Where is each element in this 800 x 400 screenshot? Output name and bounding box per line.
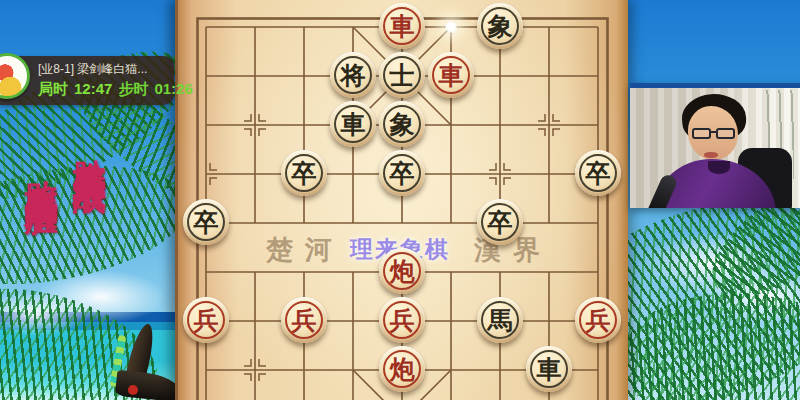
last-move-indicator-dot	[445, 21, 458, 34]
piece-red-chariot[interactable]: 車	[379, 3, 425, 49]
piece-glyph: 卒	[281, 150, 327, 196]
piece-glyph: 炮	[379, 346, 425, 392]
piece-black-pawn[interactable]: 卒	[183, 199, 229, 245]
caption-right-column: 胜兵先胜而后求战	[66, 133, 111, 400]
piece-glyph: 車	[330, 101, 376, 147]
piece-glyph: 卒	[379, 150, 425, 196]
piece-glyph: 炮	[379, 248, 425, 294]
piece-glyph: 士	[379, 52, 425, 98]
piece-black-pawn[interactable]: 卒	[575, 150, 621, 196]
piece-red-pawn[interactable]: 兵	[281, 297, 327, 343]
piece-glyph: 馬	[477, 297, 523, 343]
boat-hull	[115, 370, 181, 400]
piece-black-chariot[interactable]: 車	[330, 101, 376, 147]
river-label-chu-he: 楚河	[266, 232, 344, 268]
live-stream-screen: 胜兵先胜而后求战 败兵先战而后求胜 楚河 漢	[0, 0, 800, 400]
shirt-collar	[708, 161, 730, 174]
piece-black-pawn[interactable]: 卒	[281, 150, 327, 196]
piece-black-elephant[interactable]: 象	[477, 3, 523, 49]
piece-red-chariot[interactable]: 車	[428, 52, 474, 98]
player-avatar[interactable]	[0, 53, 30, 99]
piece-glyph: 卒	[183, 199, 229, 245]
move-time-value: 01:26	[154, 80, 192, 99]
glasses-bridge	[710, 131, 717, 133]
boat-flag	[128, 385, 138, 395]
piece-glyph: 卒	[575, 150, 621, 196]
piece-glyph: 車	[526, 346, 572, 392]
webcam-feed	[630, 83, 800, 208]
piece-red-cannon[interactable]: 炮	[379, 346, 425, 392]
streamer-mouth	[704, 152, 718, 158]
piece-glyph: 象	[379, 101, 425, 147]
piece-glyph: 兵	[575, 297, 621, 343]
piece-glyph: 卒	[477, 199, 523, 245]
xiangqi-board[interactable]: 楚河 漢界 理来象棋 車象将士車車象卒卒卒卒卒炮兵兵兵馬兵炮車	[175, 0, 628, 400]
piece-glyph: 車	[428, 52, 474, 98]
piece-red-cannon[interactable]: 炮	[379, 248, 425, 294]
piece-glyph: 車	[379, 3, 425, 49]
streamer-glasses	[690, 128, 738, 142]
game-time-value: 12:47	[74, 80, 112, 99]
clock-row: 局时12:47步时01:26	[38, 80, 193, 99]
piece-black-general[interactable]: 将	[330, 52, 376, 98]
glasses-lens	[692, 128, 711, 139]
piece-glyph: 将	[330, 52, 376, 98]
piece-red-pawn[interactable]: 兵	[183, 297, 229, 343]
piece-red-pawn[interactable]: 兵	[575, 297, 621, 343]
glasses-lens	[716, 128, 735, 139]
piece-black-pawn[interactable]: 卒	[379, 150, 425, 196]
piece-black-pawn[interactable]: 卒	[477, 199, 523, 245]
move-time-label: 步时	[118, 80, 148, 99]
player-info-bar: [业8-1] 梁剑峰白猫... 局时12:47步时01:26	[0, 56, 174, 105]
caption-left-column: 败兵先战而后求胜	[18, 155, 63, 400]
piece-glyph: 象	[477, 3, 523, 49]
piece-glyph: 兵	[379, 297, 425, 343]
piece-glyph: 兵	[183, 297, 229, 343]
match-title: [业8-1] 梁剑峰白猫...	[38, 61, 170, 78]
piece-glyph: 兵	[281, 297, 327, 343]
piece-red-pawn[interactable]: 兵	[379, 297, 425, 343]
piece-black-horse[interactable]: 馬	[477, 297, 523, 343]
piece-black-advisor[interactable]: 士	[379, 52, 425, 98]
game-time-label: 局时	[38, 80, 68, 99]
piece-black-chariot[interactable]: 車	[526, 346, 572, 392]
piece-black-elephant[interactable]: 象	[379, 101, 425, 147]
